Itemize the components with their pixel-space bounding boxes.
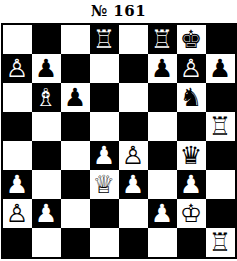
- square-a8: [3, 25, 32, 54]
- piece-black-rook: ♖: [93, 25, 115, 54]
- square-f2: ♟: [148, 199, 177, 228]
- square-b1: [32, 228, 61, 257]
- square-h2: [206, 199, 235, 228]
- square-f5: [148, 112, 177, 141]
- square-g4: ♛: [177, 141, 206, 170]
- piece-black-pawn: ♙: [6, 54, 28, 83]
- piece-white-pawn: ♙: [122, 141, 144, 170]
- piece-white-pawn: ♟: [122, 170, 144, 199]
- square-f3: [148, 170, 177, 199]
- piece-white-king: ♔: [180, 199, 202, 228]
- square-f1: [148, 228, 177, 257]
- square-g5: [177, 112, 206, 141]
- square-b5: [32, 112, 61, 141]
- square-c1: [61, 228, 90, 257]
- square-d3: ♕: [90, 170, 119, 199]
- square-a1: [3, 228, 32, 257]
- piece-white-queen: ♕: [93, 170, 115, 199]
- square-d1: [90, 228, 119, 257]
- square-f8: ♖: [148, 25, 177, 54]
- square-c3: [61, 170, 90, 199]
- piece-black-queen: ♛: [180, 141, 202, 170]
- square-c8: [61, 25, 90, 54]
- piece-black-pawn: ♙: [180, 54, 202, 83]
- piece-black-pawn: ♟: [209, 54, 231, 83]
- piece-white-pawn: ♟: [35, 199, 57, 228]
- square-g7: ♙: [177, 54, 206, 83]
- chess-board: ♖♖♚♙♟♟♙♟♗♟♞♖♟♙♛♟♕♟♟♙♟♟♔♖: [1, 23, 237, 259]
- square-a3: ♟: [3, 170, 32, 199]
- square-c4: [61, 141, 90, 170]
- piece-black-bishop: ♗: [35, 83, 57, 112]
- square-b2: ♟: [32, 199, 61, 228]
- diagram-title: № 161: [0, 0, 237, 22]
- square-e4: ♙: [119, 141, 148, 170]
- square-a6: [3, 83, 32, 112]
- piece-black-knight: ♞: [180, 83, 202, 112]
- square-a7: ♙: [3, 54, 32, 83]
- square-f4: [148, 141, 177, 170]
- square-e8: [119, 25, 148, 54]
- square-f7: ♟: [148, 54, 177, 83]
- square-a5: [3, 112, 32, 141]
- square-d5: [90, 112, 119, 141]
- square-g3: ♟: [177, 170, 206, 199]
- square-e3: ♟: [119, 170, 148, 199]
- square-c2: [61, 199, 90, 228]
- piece-black-rook: ♖: [151, 25, 173, 54]
- piece-black-pawn: ♟: [35, 54, 57, 83]
- square-h5: ♖: [206, 112, 235, 141]
- square-e1: [119, 228, 148, 257]
- piece-white-pawn: ♟: [93, 141, 115, 170]
- square-c6: ♟: [61, 83, 90, 112]
- square-h8: [206, 25, 235, 54]
- square-c5: [61, 112, 90, 141]
- square-g6: ♞: [177, 83, 206, 112]
- square-h6: [206, 83, 235, 112]
- square-d2: [90, 199, 119, 228]
- piece-black-pawn: ♟: [64, 83, 86, 112]
- piece-white-rook: ♖: [209, 112, 231, 141]
- square-h3: [206, 170, 235, 199]
- square-e2: [119, 199, 148, 228]
- square-e6: [119, 83, 148, 112]
- piece-white-pawn: ♟: [180, 170, 202, 199]
- square-f6: [148, 83, 177, 112]
- piece-white-pawn: ♟: [151, 199, 173, 228]
- piece-black-king: ♚: [180, 25, 202, 54]
- square-d7: [90, 54, 119, 83]
- piece-white-pawn: ♟: [6, 170, 28, 199]
- square-d6: [90, 83, 119, 112]
- square-e5: [119, 112, 148, 141]
- square-h4: [206, 141, 235, 170]
- square-h7: ♟: [206, 54, 235, 83]
- square-e7: [119, 54, 148, 83]
- square-d4: ♟: [90, 141, 119, 170]
- piece-black-pawn: ♟: [151, 54, 173, 83]
- square-g8: ♚: [177, 25, 206, 54]
- square-g2: ♔: [177, 199, 206, 228]
- square-g1: [177, 228, 206, 257]
- piece-white-pawn: ♙: [6, 199, 28, 228]
- square-b7: ♟: [32, 54, 61, 83]
- piece-white-rook: ♖: [209, 228, 231, 257]
- square-h1: ♖: [206, 228, 235, 257]
- square-b6: ♗: [32, 83, 61, 112]
- square-a4: [3, 141, 32, 170]
- square-d8: ♖: [90, 25, 119, 54]
- square-a2: ♙: [3, 199, 32, 228]
- square-b8: [32, 25, 61, 54]
- square-b4: [32, 141, 61, 170]
- square-c7: [61, 54, 90, 83]
- diagram-page: № 161 ♖♖♚♙♟♟♙♟♗♟♞♖♟♙♛♟♕♟♟♙♟♟♔♖: [0, 0, 237, 261]
- square-b3: [32, 170, 61, 199]
